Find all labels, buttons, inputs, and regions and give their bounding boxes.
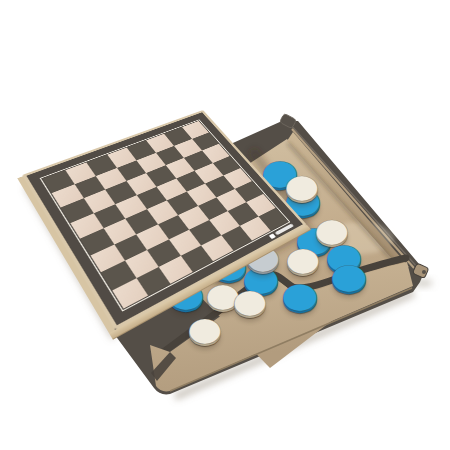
brand-logo-mark: [268, 233, 275, 239]
knob-peg: [422, 270, 426, 274]
product-photo-stage: ●●●●●●●●●●●●●●●●: [0, 0, 450, 450]
